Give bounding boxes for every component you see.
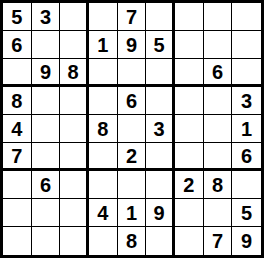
cell-r5c7-empty[interactable] — [175, 115, 204, 143]
cell-r2c4-given: 1 — [89, 31, 118, 59]
cell-r9c4-empty[interactable] — [89, 227, 118, 255]
cell-r6c6-empty[interactable] — [146, 143, 175, 171]
cell-r1c2-given: 3 — [32, 3, 61, 31]
cell-r4c7-empty[interactable] — [175, 87, 204, 115]
cell-r7c4-empty[interactable] — [89, 171, 118, 199]
cell-r7c6-empty[interactable] — [146, 171, 175, 199]
cell-r9c8-given: 7 — [204, 227, 233, 255]
cell-r4c9-given: 3 — [232, 87, 261, 115]
cell-r1c6-empty[interactable] — [146, 3, 175, 31]
cell-r9c6-empty[interactable] — [146, 227, 175, 255]
cell-r3c6-empty[interactable] — [146, 59, 175, 87]
cell-r4c6-empty[interactable] — [146, 87, 175, 115]
cell-r8c4-given: 4 — [89, 199, 118, 227]
cell-r6c2-empty[interactable] — [32, 143, 61, 171]
cell-r8c8-empty[interactable] — [204, 199, 233, 227]
cell-r7c2-given: 6 — [32, 171, 61, 199]
cell-r8c1-empty[interactable] — [3, 199, 32, 227]
cell-r2c5-given: 9 — [118, 31, 147, 59]
cell-r2c7-empty[interactable] — [175, 31, 204, 59]
cell-r7c5-empty[interactable] — [118, 171, 147, 199]
cell-r6c1-given: 7 — [3, 143, 32, 171]
cell-r6c5-given: 2 — [118, 143, 147, 171]
cell-r5c5-empty[interactable] — [118, 115, 147, 143]
cell-r1c9-empty[interactable] — [232, 3, 261, 31]
cell-r6c9-given: 6 — [232, 143, 261, 171]
cell-r8c3-empty[interactable] — [60, 199, 89, 227]
cell-r7c7-given: 2 — [175, 171, 204, 199]
cell-r1c5-given: 7 — [118, 3, 147, 31]
cell-r6c4-empty[interactable] — [89, 143, 118, 171]
cell-r8c7-empty[interactable] — [175, 199, 204, 227]
cell-r7c3-empty[interactable] — [60, 171, 89, 199]
cell-r5c8-empty[interactable] — [204, 115, 233, 143]
cell-r9c7-empty[interactable] — [175, 227, 204, 255]
cell-r5c1-given: 4 — [3, 115, 32, 143]
cell-r1c3-empty[interactable] — [60, 3, 89, 31]
cell-r2c6-given: 5 — [146, 31, 175, 59]
cell-r5c2-empty[interactable] — [32, 115, 61, 143]
cell-r2c8-empty[interactable] — [204, 31, 233, 59]
cell-r9c3-empty[interactable] — [60, 227, 89, 255]
cell-r3c1-empty[interactable] — [3, 59, 32, 87]
cell-r7c9-empty[interactable] — [232, 171, 261, 199]
cell-r7c1-empty[interactable] — [3, 171, 32, 199]
cell-r3c7-empty[interactable] — [175, 59, 204, 87]
cell-r1c8-empty[interactable] — [204, 3, 233, 31]
cell-r5c4-given: 8 — [89, 115, 118, 143]
cell-r8c5-given: 1 — [118, 199, 147, 227]
cell-r5c3-empty[interactable] — [60, 115, 89, 143]
cell-r3c9-empty[interactable] — [232, 59, 261, 87]
cell-r5c9-given: 1 — [232, 115, 261, 143]
cell-r2c1-given: 6 — [3, 31, 32, 59]
sudoku-board: 537619598686348317266284195879 — [0, 0, 264, 258]
cell-r8c9-given: 5 — [232, 199, 261, 227]
cell-r3c2-given: 9 — [32, 59, 61, 87]
cell-r6c8-empty[interactable] — [204, 143, 233, 171]
cell-r4c2-empty[interactable] — [32, 87, 61, 115]
cell-r3c8-given: 6 — [204, 59, 233, 87]
cell-r2c3-empty[interactable] — [60, 31, 89, 59]
cell-r4c4-empty[interactable] — [89, 87, 118, 115]
cell-r9c2-empty[interactable] — [32, 227, 61, 255]
cell-r4c1-given: 8 — [3, 87, 32, 115]
cell-r2c9-empty[interactable] — [232, 31, 261, 59]
cell-r5c6-given: 3 — [146, 115, 175, 143]
cell-r9c1-empty[interactable] — [3, 227, 32, 255]
cell-r8c2-empty[interactable] — [32, 199, 61, 227]
cell-r4c3-empty[interactable] — [60, 87, 89, 115]
cell-r4c5-given: 6 — [118, 87, 147, 115]
cell-r4c8-empty[interactable] — [204, 87, 233, 115]
cell-r3c3-given: 8 — [60, 59, 89, 87]
cell-r9c5-given: 8 — [118, 227, 147, 255]
cell-r8c6-given: 9 — [146, 199, 175, 227]
cell-r1c7-empty[interactable] — [175, 3, 204, 31]
cell-r3c4-empty[interactable] — [89, 59, 118, 87]
cell-r2c2-empty[interactable] — [32, 31, 61, 59]
cell-r1c4-empty[interactable] — [89, 3, 118, 31]
cell-r9c9-given: 9 — [232, 227, 261, 255]
cell-r7c8-given: 8 — [204, 171, 233, 199]
cell-r3c5-empty[interactable] — [118, 59, 147, 87]
cell-r6c3-empty[interactable] — [60, 143, 89, 171]
cell-r1c1-given: 5 — [3, 3, 32, 31]
cell-r6c7-empty[interactable] — [175, 143, 204, 171]
